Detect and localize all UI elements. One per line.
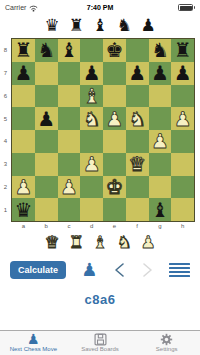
square-a4[interactable] — [12, 130, 35, 153]
black-queen: ♛ — [14, 200, 32, 220]
white-queen: ♛ — [128, 154, 146, 174]
square-h3[interactable] — [171, 153, 194, 176]
black-pawn: ♟ — [174, 63, 192, 83]
spare-black-knight[interactable]: ♞ — [116, 17, 133, 34]
black-knight: ♞ — [151, 40, 169, 60]
square-f1[interactable] — [126, 198, 149, 221]
rank-label: 5 — [0, 107, 11, 130]
tab-saved-boards[interactable]: Saved Boards — [67, 331, 134, 355]
square-g6[interactable] — [149, 85, 172, 108]
status-time: 7:40 PM — [0, 4, 200, 11]
spare-white-pawn[interactable]: ♟ — [140, 234, 157, 251]
chevron-left-icon[interactable] — [113, 262, 126, 278]
square-b8[interactable]: ♞ — [35, 39, 58, 62]
square-d7[interactable]: ♟ — [80, 62, 103, 85]
square-h5[interactable]: ♟ — [171, 107, 194, 130]
rank-label: 1 — [0, 198, 11, 221]
board-area: 87654321 ♜♞♝♚♞♜♟♟♟♟♟♝♟♞♟♞♟♟♟♛♟♟♚♛♝ — [0, 38, 200, 222]
tab-bar: ♟ Next Chess Move Saved Boards — [0, 330, 200, 355]
square-d8[interactable] — [80, 39, 103, 62]
file-labels: abcdefgh — [12, 222, 194, 230]
square-a3[interactable] — [12, 153, 35, 176]
square-a2[interactable]: ♟ — [12, 176, 35, 199]
black-bishop: ♝ — [151, 200, 169, 220]
rank-label: 2 — [0, 176, 11, 199]
black-knight: ♞ — [37, 40, 55, 60]
tab-label: Next Chess Move — [10, 346, 57, 352]
square-f5[interactable]: ♞ — [126, 107, 149, 130]
black-rook: ♜ — [14, 40, 32, 60]
tab-settings[interactable]: Settings — [133, 331, 200, 355]
square-b5[interactable]: ♟ — [35, 107, 58, 130]
white-knight: ♞ — [83, 109, 101, 129]
square-c1[interactable] — [58, 198, 81, 221]
pawn-icon: ♟ — [27, 332, 40, 346]
square-c8[interactable]: ♝ — [58, 39, 81, 62]
square-c5[interactable] — [58, 107, 81, 130]
file-label: b — [35, 222, 58, 230]
square-b1[interactable] — [35, 198, 58, 221]
square-c7[interactable] — [58, 62, 81, 85]
square-g8[interactable]: ♞ — [149, 39, 172, 62]
file-label: a — [12, 222, 35, 230]
file-label: h — [171, 222, 194, 230]
white-king: ♚ — [105, 177, 123, 197]
square-g2[interactable] — [149, 176, 172, 199]
square-f3[interactable]: ♛ — [126, 153, 149, 176]
square-a1[interactable]: ♛ — [12, 198, 35, 221]
rank-label: 3 — [0, 153, 11, 176]
black-rook: ♜ — [174, 40, 192, 60]
square-e8[interactable]: ♚ — [103, 39, 126, 62]
square-f2[interactable] — [126, 176, 149, 199]
menu-icon[interactable] — [169, 263, 190, 277]
spare-black-rook[interactable]: ♜ — [68, 17, 85, 34]
spare-white-rook[interactable]: ♜ — [68, 234, 85, 251]
square-g7[interactable]: ♟ — [149, 62, 172, 85]
square-e4[interactable] — [103, 130, 126, 153]
square-a7[interactable]: ♟ — [12, 62, 35, 85]
square-b6[interactable] — [35, 85, 58, 108]
file-label: c — [58, 222, 81, 230]
white-knight: ♞ — [128, 109, 146, 129]
square-d5[interactable]: ♞ — [80, 107, 103, 130]
square-e3[interactable] — [103, 153, 126, 176]
white-pawn: ♟ — [151, 131, 169, 151]
white-spare-pieces-tray: ♛♜♝♞♟ — [0, 230, 200, 255]
square-h1[interactable] — [171, 198, 194, 221]
black-king: ♚ — [105, 40, 123, 60]
white-pawn: ♟ — [174, 109, 192, 129]
tab-label: Settings — [156, 346, 178, 352]
rank-label: 7 — [0, 62, 11, 85]
calculate-button[interactable]: Calculate — [10, 261, 66, 279]
square-f8[interactable] — [126, 39, 149, 62]
black-pawn: ♟ — [37, 109, 55, 129]
black-pawn: ♟ — [128, 63, 146, 83]
tab-next-chess-move[interactable]: ♟ Next Chess Move — [0, 331, 67, 355]
floppy-disk-icon — [94, 333, 107, 346]
square-b2[interactable] — [35, 176, 58, 199]
white-pawn: ♟ — [14, 177, 32, 197]
controls-row: Calculate ♟ — [0, 260, 200, 280]
tab-label: Saved Boards — [81, 346, 119, 352]
side-to-move-pawn-icon[interactable]: ♟ — [81, 261, 97, 279]
square-e6[interactable] — [103, 85, 126, 108]
square-h4[interactable] — [171, 130, 194, 153]
file-label: f — [126, 222, 149, 230]
square-h8[interactable]: ♜ — [171, 39, 194, 62]
status-bar: Carrier 7:40 PM — [0, 0, 200, 13]
square-g1[interactable]: ♝ — [149, 198, 172, 221]
black-spare-pieces-tray: ♛♜♝♞♟ — [0, 13, 200, 38]
rank-label: 4 — [0, 130, 11, 153]
square-e7[interactable] — [103, 62, 126, 85]
square-a5[interactable] — [12, 107, 35, 130]
square-c4[interactable] — [58, 130, 81, 153]
square-f7[interactable]: ♟ — [126, 62, 149, 85]
square-a6[interactable] — [12, 85, 35, 108]
chevron-right-icon[interactable] — [141, 262, 154, 278]
spare-white-knight[interactable]: ♞ — [116, 234, 133, 251]
spare-black-queen[interactable]: ♛ — [44, 17, 61, 34]
square-b7[interactable] — [35, 62, 58, 85]
square-d4[interactable] — [80, 130, 103, 153]
square-g3[interactable] — [149, 153, 172, 176]
square-f4[interactable] — [126, 130, 149, 153]
black-pawn: ♟ — [151, 63, 169, 83]
file-label: e — [103, 222, 126, 230]
black-bishop: ♝ — [60, 40, 78, 60]
spare-black-pawn[interactable]: ♟ — [140, 17, 157, 34]
rank-label: 8 — [0, 39, 11, 62]
square-c3[interactable] — [58, 153, 81, 176]
square-h6[interactable] — [171, 85, 194, 108]
black-pawn: ♟ — [83, 63, 101, 83]
square-g5[interactable] — [149, 107, 172, 130]
white-pawn: ♟ — [83, 154, 101, 174]
square-d2[interactable] — [80, 176, 103, 199]
file-label: d — [80, 222, 103, 230]
square-h2[interactable] — [171, 176, 194, 199]
spare-black-bishop[interactable]: ♝ — [92, 17, 109, 34]
rank-label: 6 — [0, 85, 11, 108]
square-b4[interactable] — [35, 130, 58, 153]
square-e5[interactable]: ♟ — [103, 107, 126, 130]
square-h7[interactable]: ♟ — [171, 62, 194, 85]
white-pawn: ♟ — [60, 177, 78, 197]
file-label: g — [149, 222, 172, 230]
square-d6[interactable]: ♝ — [80, 85, 103, 108]
chess-board: ♜♞♝♚♞♜♟♟♟♟♟♝♟♞♟♞♟♟♟♛♟♟♚♛♝ — [11, 38, 195, 222]
square-c2[interactable]: ♟ — [58, 176, 81, 199]
square-c6[interactable] — [58, 85, 81, 108]
square-f6[interactable] — [126, 85, 149, 108]
square-b3[interactable] — [35, 153, 58, 176]
square-g4[interactable]: ♟ — [149, 130, 172, 153]
square-d1[interactable] — [80, 198, 103, 221]
square-a8[interactable]: ♜ — [12, 39, 35, 62]
square-e2[interactable]: ♚ — [103, 176, 126, 199]
square-d3[interactable]: ♟ — [80, 153, 103, 176]
gear-icon — [160, 333, 173, 346]
suggested-move-text: c8a6 — [0, 292, 200, 307]
spare-white-bishop[interactable]: ♝ — [92, 234, 109, 251]
rank-labels: 87654321 — [0, 38, 11, 222]
white-bishop: ♝ — [83, 86, 101, 106]
spare-white-queen[interactable]: ♛ — [44, 234, 61, 251]
square-e1[interactable] — [103, 198, 126, 221]
black-pawn: ♟ — [14, 63, 32, 83]
white-pawn: ♟ — [105, 109, 123, 129]
